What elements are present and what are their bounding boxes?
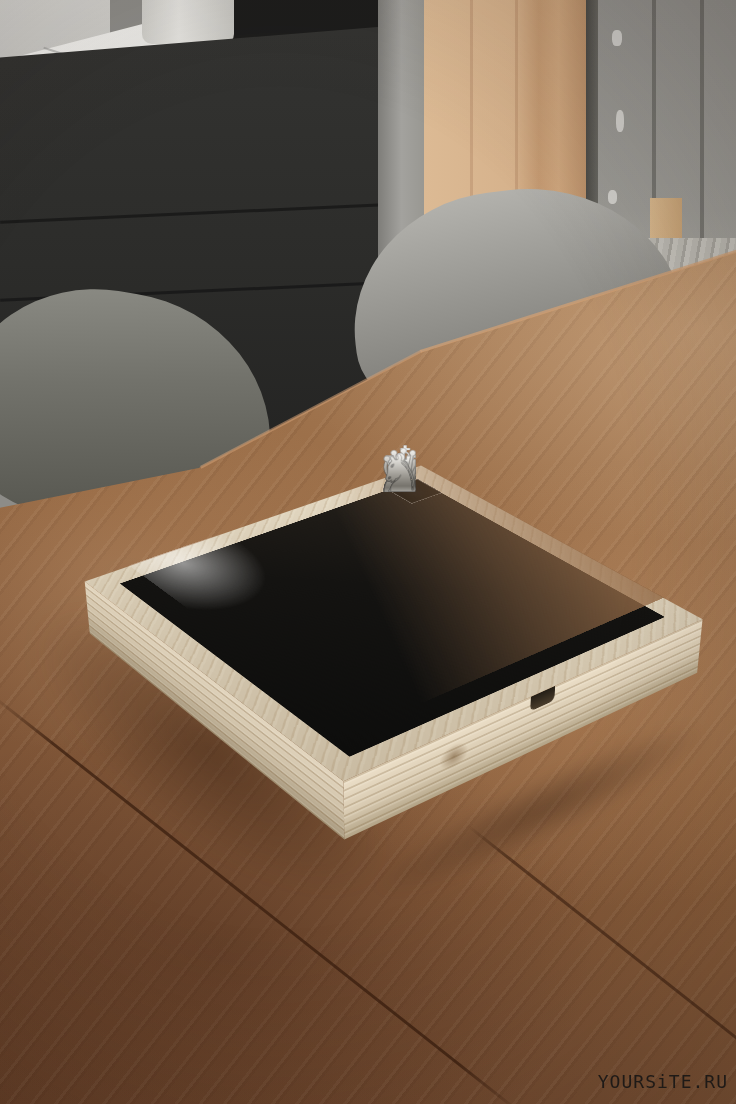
watermark: YOURSiTE.RU xyxy=(598,1071,728,1092)
photo-chess-scene: ♜♟♟♜♞♟♟♞♝♟♟♝♚♟♟♚♛♟♟♛♝♟♟♝♞♟♟♞♜♟♟♜ YOURSiT… xyxy=(0,0,736,1104)
paint-chip xyxy=(612,30,622,46)
paint-chip xyxy=(616,110,624,132)
white-canister xyxy=(142,0,234,44)
wood-knot xyxy=(439,738,469,775)
white-knight[interactable]: ♞ xyxy=(377,450,415,498)
paint-chip xyxy=(608,190,617,204)
